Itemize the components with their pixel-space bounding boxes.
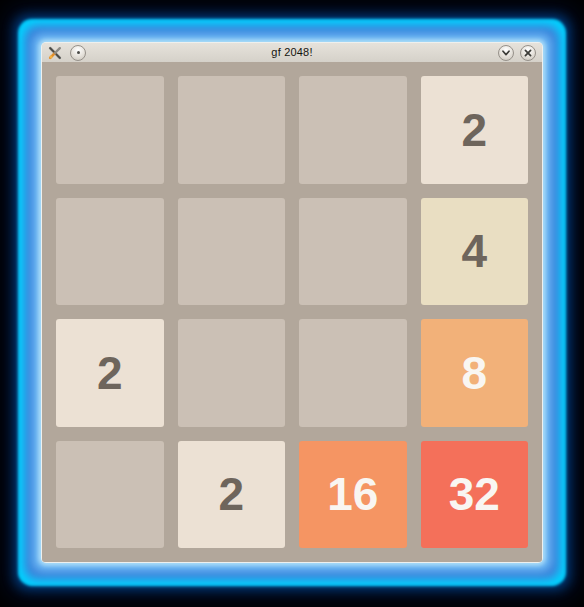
chevron-down-icon: [500, 47, 512, 59]
close-button[interactable]: [520, 45, 536, 61]
tile-2: 2: [178, 441, 286, 549]
empty-cell: [178, 319, 286, 427]
empty-cell: [56, 76, 164, 184]
tile-4: 4: [421, 198, 529, 306]
board-grid: 242821632: [42, 62, 542, 562]
tile-2: 2: [421, 76, 529, 184]
empty-cell: [299, 76, 407, 184]
tile-32: 32: [421, 441, 529, 549]
window-menu-button[interactable]: [70, 45, 86, 61]
dot-icon: [77, 51, 80, 54]
empty-cell: [178, 198, 286, 306]
app-icon: [47, 45, 63, 61]
shade-button[interactable]: [498, 45, 514, 61]
close-icon: [522, 47, 534, 59]
app-window: gf 2048! 242821632: [42, 43, 542, 562]
empty-cell: [299, 319, 407, 427]
empty-cell: [178, 76, 286, 184]
empty-cell: [56, 441, 164, 549]
tile-16: 16: [299, 441, 407, 549]
window-title: gf 2048!: [42, 43, 542, 62]
titlebar[interactable]: gf 2048!: [42, 43, 542, 62]
tile-2: 2: [56, 319, 164, 427]
empty-cell: [56, 198, 164, 306]
tile-8: 8: [421, 319, 529, 427]
empty-cell: [299, 198, 407, 306]
